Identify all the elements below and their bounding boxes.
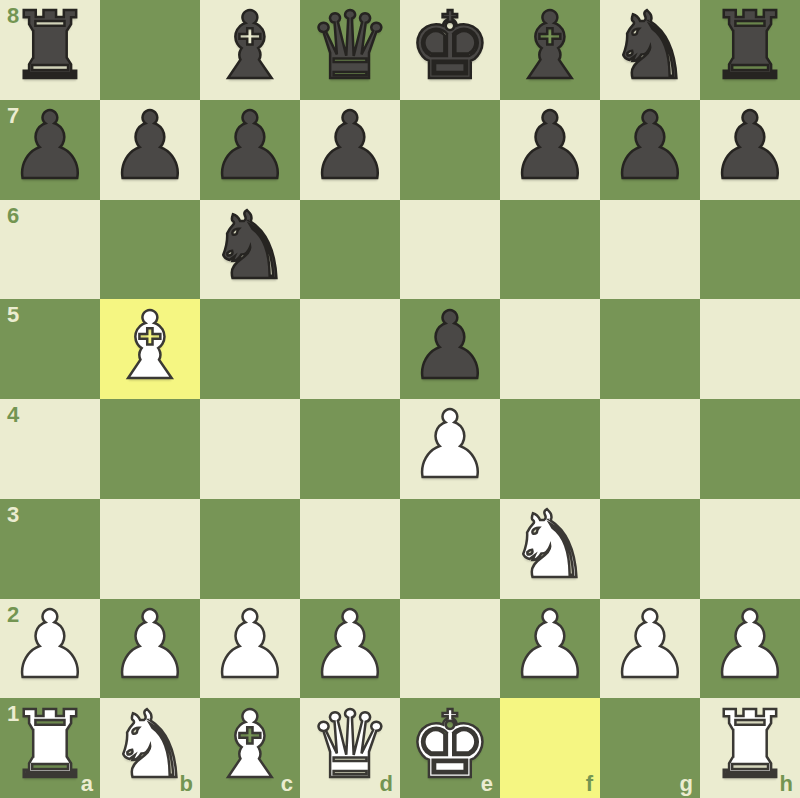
square-e1[interactable]: e♚ — [400, 698, 500, 798]
square-b5[interactable]: ♝ — [100, 299, 200, 399]
white-knight[interactable]: ♞ — [108, 699, 191, 792]
rank-label-4: 4 — [7, 402, 19, 428]
black-queen[interactable]: ♛ — [308, 0, 391, 93]
square-d7[interactable]: ♟ — [300, 100, 400, 200]
file-label-g: g — [680, 771, 693, 797]
square-d8[interactable]: ♛ — [300, 0, 400, 100]
square-h7[interactable]: ♟ — [700, 100, 800, 200]
square-f1[interactable]: f — [500, 698, 600, 798]
rank-label-3: 3 — [7, 502, 19, 528]
square-g7[interactable]: ♟ — [600, 100, 700, 200]
square-d2[interactable]: ♟ — [300, 599, 400, 699]
square-b4[interactable] — [100, 399, 200, 499]
square-a1[interactable]: 1a♜ — [0, 698, 100, 798]
square-h4[interactable] — [700, 399, 800, 499]
square-g8[interactable]: ♞ — [600, 0, 700, 100]
white-pawn[interactable]: ♟ — [108, 599, 191, 692]
square-f8[interactable]: ♝ — [500, 0, 600, 100]
square-g3[interactable] — [600, 499, 700, 599]
white-knight[interactable]: ♞ — [508, 499, 591, 592]
white-bishop[interactable]: ♝ — [108, 300, 191, 393]
chess-board-wrapper: 8♜♝♛♚♝♞♜7♟♟♟♟♟♟♟6♞5♝♟4♟3♞2♟♟♟♟♟♟♟1a♜b♞c♝… — [0, 0, 800, 798]
square-b6[interactable] — [100, 200, 200, 300]
square-c4[interactable] — [200, 399, 300, 499]
square-a6[interactable]: 6 — [0, 200, 100, 300]
square-d5[interactable] — [300, 299, 400, 399]
white-bishop[interactable]: ♝ — [208, 699, 291, 792]
square-f4[interactable] — [500, 399, 600, 499]
square-b3[interactable] — [100, 499, 200, 599]
square-e5[interactable]: ♟ — [400, 299, 500, 399]
square-c3[interactable] — [200, 499, 300, 599]
square-e8[interactable]: ♚ — [400, 0, 500, 100]
rank-label-6: 6 — [7, 203, 19, 229]
square-e7[interactable] — [400, 100, 500, 200]
square-h5[interactable] — [700, 299, 800, 399]
square-f2[interactable]: ♟ — [500, 599, 600, 699]
black-pawn[interactable]: ♟ — [308, 100, 391, 193]
black-bishop[interactable]: ♝ — [208, 0, 291, 93]
black-rook[interactable]: ♜ — [8, 0, 91, 93]
white-pawn[interactable]: ♟ — [708, 599, 791, 692]
black-pawn[interactable]: ♟ — [208, 100, 291, 193]
square-g4[interactable] — [600, 399, 700, 499]
white-pawn[interactable]: ♟ — [308, 599, 391, 692]
square-c2[interactable]: ♟ — [200, 599, 300, 699]
square-h3[interactable] — [700, 499, 800, 599]
rank-label-5: 5 — [7, 302, 19, 328]
square-c1[interactable]: c♝ — [200, 698, 300, 798]
square-c6[interactable]: ♞ — [200, 200, 300, 300]
black-pawn[interactable]: ♟ — [508, 100, 591, 193]
square-a8[interactable]: 8♜ — [0, 0, 100, 100]
square-a2[interactable]: 2♟ — [0, 599, 100, 699]
white-pawn[interactable]: ♟ — [508, 599, 591, 692]
square-d3[interactable] — [300, 499, 400, 599]
square-g2[interactable]: ♟ — [600, 599, 700, 699]
square-e2[interactable] — [400, 599, 500, 699]
black-pawn[interactable]: ♟ — [708, 100, 791, 193]
chess-board: 8♜♝♛♚♝♞♜7♟♟♟♟♟♟♟6♞5♝♟4♟3♞2♟♟♟♟♟♟♟1a♜b♞c♝… — [0, 0, 800, 798]
black-knight[interactable]: ♞ — [608, 0, 691, 93]
square-a7[interactable]: 7♟ — [0, 100, 100, 200]
white-rook[interactable]: ♜ — [8, 699, 91, 792]
square-b2[interactable]: ♟ — [100, 599, 200, 699]
file-label-f: f — [586, 771, 593, 797]
square-a5[interactable]: 5 — [0, 299, 100, 399]
square-f6[interactable] — [500, 200, 600, 300]
square-h6[interactable] — [700, 200, 800, 300]
square-g5[interactable] — [600, 299, 700, 399]
black-king[interactable]: ♚ — [408, 0, 491, 93]
white-king[interactable]: ♚ — [408, 699, 491, 792]
black-pawn[interactable]: ♟ — [108, 100, 191, 193]
square-f7[interactable]: ♟ — [500, 100, 600, 200]
square-g1[interactable]: g — [600, 698, 700, 798]
square-g6[interactable] — [600, 200, 700, 300]
square-e6[interactable] — [400, 200, 500, 300]
black-pawn[interactable]: ♟ — [408, 300, 491, 393]
black-pawn[interactable]: ♟ — [8, 100, 91, 193]
square-c5[interactable] — [200, 299, 300, 399]
square-e3[interactable] — [400, 499, 500, 599]
square-e4[interactable]: ♟ — [400, 399, 500, 499]
square-d4[interactable] — [300, 399, 400, 499]
square-d6[interactable] — [300, 200, 400, 300]
square-h2[interactable]: ♟ — [700, 599, 800, 699]
square-c8[interactable]: ♝ — [200, 0, 300, 100]
white-pawn[interactable]: ♟ — [608, 599, 691, 692]
square-f5[interactable] — [500, 299, 600, 399]
white-queen[interactable]: ♛ — [308, 699, 391, 792]
square-h1[interactable]: h♜ — [700, 698, 800, 798]
black-pawn[interactable]: ♟ — [608, 100, 691, 193]
square-c7[interactable]: ♟ — [200, 100, 300, 200]
square-a3[interactable]: 3 — [0, 499, 100, 599]
white-pawn[interactable]: ♟ — [208, 599, 291, 692]
white-rook[interactable]: ♜ — [708, 699, 791, 792]
square-a4[interactable]: 4 — [0, 399, 100, 499]
white-pawn[interactable]: ♟ — [408, 399, 491, 492]
black-knight[interactable]: ♞ — [208, 200, 291, 293]
black-rook[interactable]: ♜ — [708, 0, 791, 93]
white-pawn[interactable]: ♟ — [8, 599, 91, 692]
square-b1[interactable]: b♞ — [100, 698, 200, 798]
square-b7[interactable]: ♟ — [100, 100, 200, 200]
square-h8[interactable]: ♜ — [700, 0, 800, 100]
square-b8[interactable] — [100, 0, 200, 100]
black-bishop[interactable]: ♝ — [508, 0, 591, 93]
square-d1[interactable]: d♛ — [300, 698, 400, 798]
square-f3[interactable]: ♞ — [500, 499, 600, 599]
